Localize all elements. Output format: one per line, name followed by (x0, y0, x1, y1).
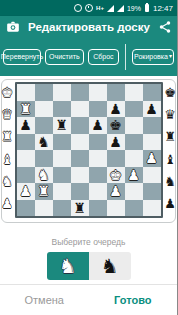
turn-selector: ♞ ♞ (0, 252, 177, 280)
square-f3[interactable]: ♚ (107, 167, 125, 184)
square-d2[interactable] (71, 183, 89, 200)
square-f1[interactable] (107, 200, 125, 217)
square-h3[interactable] (143, 167, 161, 184)
tray-white-knight[interactable]: ♞ (0, 171, 15, 192)
black-pawn-piece: ♟ (91, 118, 104, 132)
footer-bar: Отмена Готово (0, 284, 177, 315)
square-d7[interactable] (71, 101, 89, 118)
black-king-piece: ♚ (109, 118, 122, 132)
square-e6[interactable]: ♟ (89, 117, 107, 134)
tray-white-bishop[interactable]: ♝ (0, 149, 15, 170)
square-a4[interactable] (17, 150, 35, 167)
castling-dropdown-button[interactable]: Рокировка ▾ (132, 49, 174, 66)
page-title: Редактировать доску (28, 21, 150, 33)
square-b5[interactable]: ♞ (35, 134, 53, 151)
square-d1[interactable]: ♜ (71, 200, 89, 217)
square-e1[interactable] (89, 200, 107, 217)
black-pawn-piece: ♟ (145, 102, 158, 116)
square-e4[interactable] (89, 150, 107, 167)
screen: H+ 19% 12:47 Редактировать доску Перевер… (0, 0, 177, 315)
turn-selector-label: Выберите очередь (0, 237, 177, 247)
square-d3[interactable] (71, 167, 89, 184)
square-a3[interactable] (17, 167, 35, 184)
share-icon[interactable] (158, 20, 172, 34)
white-pawn-piece: ♟ (127, 168, 140, 182)
edit-toolbar: Перевернуть Очистить Сброс Рокировка ▾ (0, 38, 177, 76)
black-knight-icon: ♞ (101, 256, 119, 276)
tray-black-knight[interactable]: ♞ (163, 171, 178, 192)
done-button[interactable]: Готово (89, 285, 178, 315)
white-to-move-button[interactable]: ♞ (47, 252, 89, 280)
battery-icon (145, 4, 149, 12)
square-b4[interactable] (35, 150, 53, 167)
black-pawn-piece: ♟ (109, 135, 122, 149)
black-piece-tray: ♚♛♜♝♞♟ (163, 82, 178, 214)
white-knight-piece: ♞ (37, 168, 50, 182)
square-b3[interactable]: ♞ (35, 167, 53, 184)
black-pawn-piece: ♟ (19, 118, 32, 132)
square-c6[interactable]: ♜ (53, 117, 71, 134)
network-type-indicator: H+ (96, 5, 104, 11)
square-d4[interactable] (71, 150, 89, 167)
square-e3[interactable] (89, 167, 107, 184)
tray-black-rook[interactable]: ♜ (163, 126, 178, 147)
square-a8[interactable] (17, 84, 35, 101)
square-f8[interactable] (107, 84, 125, 101)
cancel-button[interactable]: Отмена (0, 285, 89, 315)
square-c5[interactable] (53, 134, 71, 151)
square-g1[interactable] (125, 200, 143, 217)
square-f2[interactable]: ♟ (107, 183, 125, 200)
status-bar: H+ 19% 12:47 (0, 0, 177, 16)
flip-board-button[interactable]: Перевернуть (3, 49, 41, 66)
square-c2[interactable] (53, 183, 71, 200)
square-h8[interactable] (143, 84, 161, 101)
square-f7[interactable]: ♟ (107, 101, 125, 118)
white-pawn-piece: ♟ (109, 184, 122, 198)
square-b2[interactable]: ♜ (35, 183, 53, 200)
square-a2[interactable]: ♟ (17, 183, 35, 200)
tray-black-bishop[interactable]: ♝ (163, 149, 178, 170)
black-rook-piece: ♜ (73, 201, 86, 215)
square-f4[interactable] (107, 150, 125, 167)
square-b8[interactable] (35, 84, 53, 101)
square-h4[interactable]: ♟ (143, 150, 161, 167)
square-c8[interactable] (53, 84, 71, 101)
square-b1[interactable] (35, 200, 53, 217)
app-bar: Редактировать доску (0, 16, 177, 38)
clear-board-button[interactable]: Очистить (45, 49, 84, 66)
square-a5[interactable] (17, 134, 35, 151)
alarm-clock-icon (85, 4, 93, 12)
tray-white-rook[interactable]: ♜ (0, 126, 15, 147)
square-f5[interactable]: ♟ (107, 134, 125, 151)
square-h7[interactable]: ♟ (143, 101, 161, 118)
black-rook-piece: ♜ (55, 118, 68, 132)
signal-icon (107, 5, 114, 12)
castling-label: Рокировка (134, 53, 168, 62)
square-d6[interactable] (71, 117, 89, 134)
square-g8[interactable] (125, 84, 143, 101)
square-d8[interactable] (71, 84, 89, 101)
square-d5[interactable] (71, 134, 89, 151)
chess-board: ♜♟♟♟♜♟♚♞♟♟♞♚♟♟♜♟♜ (15, 82, 163, 218)
square-e2[interactable] (89, 183, 107, 200)
square-c3[interactable] (53, 167, 71, 184)
board-card: ♚♛♜♝♞♟ ♜♟♟♟♜♟♚♞♟♟♞♚♟♟♜♟♜ ♚♛♜♝♞♟ (1, 79, 176, 223)
square-b6[interactable] (35, 117, 53, 134)
square-e5[interactable] (89, 134, 107, 151)
tray-white-queen[interactable]: ♛ (0, 104, 15, 125)
tray-black-pawn[interactable]: ♟ (163, 193, 178, 214)
square-h5[interactable] (143, 134, 161, 151)
square-c7[interactable] (53, 101, 71, 118)
white-rook-piece: ♜ (19, 102, 32, 116)
square-h1[interactable] (143, 200, 161, 217)
square-h6[interactable] (143, 117, 161, 134)
tray-black-queen[interactable]: ♛ (163, 104, 178, 125)
square-g3[interactable]: ♟ (125, 167, 143, 184)
black-knight-piece: ♞ (37, 135, 50, 149)
tray-white-king[interactable]: ♚ (0, 82, 15, 103)
toolbar-divider (125, 44, 126, 70)
square-b7[interactable] (35, 101, 53, 118)
square-a6[interactable]: ♟ (17, 117, 35, 134)
white-king-piece: ♚ (109, 168, 122, 182)
square-g6[interactable] (125, 117, 143, 134)
square-a7[interactable]: ♜ (17, 101, 35, 118)
square-c4[interactable] (53, 150, 71, 167)
square-g4[interactable] (125, 150, 143, 167)
square-a1[interactable] (17, 200, 35, 217)
white-pawn-piece: ♟ (145, 151, 158, 165)
black-pawn-piece: ♟ (109, 102, 122, 116)
data-saver-icon (74, 4, 82, 12)
reset-board-button[interactable]: Сброс (88, 49, 119, 66)
signal-icon-2 (117, 5, 124, 12)
white-rook-piece: ♜ (37, 184, 50, 198)
square-e8[interactable] (89, 84, 107, 101)
square-f6[interactable]: ♚ (107, 117, 125, 134)
square-g2[interactable] (125, 183, 143, 200)
tray-black-king[interactable]: ♚ (163, 82, 178, 103)
battery-percent: 19% (127, 5, 141, 12)
tray-white-pawn[interactable]: ♟ (0, 193, 15, 214)
square-h2[interactable] (143, 183, 161, 200)
camera-icon[interactable] (6, 20, 20, 34)
clock-time: 12:47 (153, 4, 173, 13)
square-c1[interactable] (53, 200, 71, 217)
white-piece-tray: ♚♛♜♝♞♟ (0, 82, 15, 214)
chevron-down-icon: ▾ (169, 53, 172, 61)
black-to-move-button[interactable]: ♞ (89, 252, 131, 280)
square-g7[interactable] (125, 101, 143, 118)
square-e7[interactable] (89, 101, 107, 118)
square-g5[interactable] (125, 134, 143, 151)
white-knight-icon: ♞ (59, 256, 77, 276)
white-pawn-piece: ♟ (19, 184, 32, 198)
